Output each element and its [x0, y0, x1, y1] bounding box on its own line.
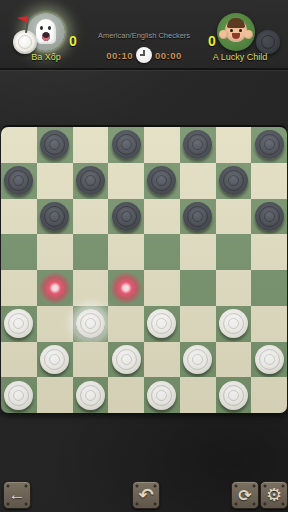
top-bar: Ba Xốp 0 American/English Checkers 00:10… [0, 0, 288, 70]
dark-piece[interactable] [112, 130, 141, 159]
square-r7c5 [180, 377, 216, 413]
square-r4c7[interactable] [251, 270, 287, 306]
square-r1c5 [180, 163, 216, 199]
white-piece[interactable] [183, 345, 212, 374]
white-piece[interactable] [76, 381, 105, 410]
square-r7c7 [251, 377, 287, 413]
white-piece[interactable] [147, 381, 176, 410]
square-r5c6[interactable] [216, 306, 252, 342]
square-r6c4 [144, 342, 180, 378]
square-r5c3 [108, 306, 144, 342]
square-r4c2 [73, 270, 109, 306]
square-r5c7 [251, 306, 287, 342]
square-r6c6 [216, 342, 252, 378]
square-r3c1 [37, 234, 73, 270]
square-r1c2[interactable] [73, 163, 109, 199]
dark-piece[interactable] [255, 130, 284, 159]
square-r6c0 [1, 342, 37, 378]
square-r4c1[interactable] [37, 270, 73, 306]
square-r6c1[interactable] [37, 342, 73, 378]
undo-arrow-icon: ↶ [138, 484, 153, 506]
square-r7c4[interactable] [144, 377, 180, 413]
square-r2c7[interactable] [251, 199, 287, 235]
dark-piece[interactable] [219, 166, 248, 195]
square-r5c0[interactable] [1, 306, 37, 342]
square-r0c0 [1, 127, 37, 163]
square-r3c5 [180, 234, 216, 270]
gear-icon: ⚙ [266, 484, 282, 506]
right-player-avatar[interactable] [217, 13, 255, 51]
dark-piece[interactable] [147, 166, 176, 195]
right-player-name: A Lucky Child [194, 52, 286, 62]
dark-piece[interactable] [40, 130, 69, 159]
square-r2c0 [1, 199, 37, 235]
checkers-app: Ba Xốp 0 American/English Checkers 00:10… [0, 0, 288, 512]
dark-piece[interactable] [40, 202, 69, 231]
clock-icon [136, 47, 152, 63]
move-hint-dot[interactable] [39, 272, 71, 304]
white-piece[interactable] [219, 309, 248, 338]
dark-piece[interactable] [112, 202, 141, 231]
white-piece[interactable] [147, 309, 176, 338]
square-r0c1[interactable] [37, 127, 73, 163]
square-r7c6[interactable] [216, 377, 252, 413]
square-r0c6 [216, 127, 252, 163]
dark-piece[interactable] [183, 130, 212, 159]
dark-piece-indicator [256, 30, 280, 54]
red-flag-icon [17, 16, 31, 32]
square-r1c7 [251, 163, 287, 199]
square-r2c1[interactable] [37, 199, 73, 235]
undo-button[interactable]: ↶ [132, 481, 160, 509]
square-r6c7[interactable] [251, 342, 287, 378]
square-r3c0[interactable] [1, 234, 37, 270]
dark-piece[interactable] [255, 202, 284, 231]
square-r3c2[interactable] [73, 234, 109, 270]
square-r1c3 [108, 163, 144, 199]
white-piece[interactable] [40, 345, 69, 374]
square-r7c3 [108, 377, 144, 413]
square-r6c3[interactable] [108, 342, 144, 378]
white-piece[interactable] [4, 381, 33, 410]
square-r4c4 [144, 270, 180, 306]
settings-button[interactable]: ⚙ [260, 481, 288, 509]
dark-piece[interactable] [4, 166, 33, 195]
square-r1c1 [37, 163, 73, 199]
checkers-board [1, 127, 287, 413]
rotate-icon: ⟳ [238, 486, 251, 505]
square-r4c0 [1, 270, 37, 306]
square-r5c5 [180, 306, 216, 342]
square-r3c4[interactable] [144, 234, 180, 270]
square-r0c5[interactable] [180, 127, 216, 163]
square-r7c1 [37, 377, 73, 413]
square-r4c5[interactable] [180, 270, 216, 306]
square-r2c5[interactable] [180, 199, 216, 235]
square-r5c2[interactable] [73, 306, 109, 342]
left-clock: 00:10 [106, 50, 133, 61]
rotate-board-button[interactable]: ⟳ [231, 481, 259, 509]
square-r6c5[interactable] [180, 342, 216, 378]
square-r2c4 [144, 199, 180, 235]
dark-piece[interactable] [183, 202, 212, 231]
square-r1c4[interactable] [144, 163, 180, 199]
white-piece[interactable] [255, 345, 284, 374]
square-r5c4[interactable] [144, 306, 180, 342]
square-r4c6 [216, 270, 252, 306]
square-r7c0[interactable] [1, 377, 37, 413]
white-piece[interactable] [76, 309, 105, 338]
white-piece[interactable] [219, 381, 248, 410]
white-piece[interactable] [112, 345, 141, 374]
square-r1c6[interactable] [216, 163, 252, 199]
square-r5c1 [37, 306, 73, 342]
move-hint-dot[interactable] [110, 272, 142, 304]
child-avatar-icon [225, 19, 247, 42]
square-r3c3 [108, 234, 144, 270]
square-r7c2[interactable] [73, 377, 109, 413]
square-r0c4 [144, 127, 180, 163]
square-r0c2 [73, 127, 109, 163]
square-r6c2 [73, 342, 109, 378]
square-r0c7[interactable] [251, 127, 287, 163]
back-arrow-icon: ← [9, 485, 26, 505]
square-r2c6 [216, 199, 252, 235]
square-r3c6[interactable] [216, 234, 252, 270]
square-r2c3[interactable] [108, 199, 144, 235]
square-r0c3[interactable] [108, 127, 144, 163]
square-r2c2 [73, 199, 109, 235]
back-button[interactable]: ← [3, 481, 31, 509]
right-clock: 00:00 [155, 50, 182, 61]
dark-piece[interactable] [76, 166, 105, 195]
square-r1c0[interactable] [1, 163, 37, 199]
square-r3c7 [251, 234, 287, 270]
white-piece[interactable] [4, 309, 33, 338]
square-r4c3[interactable] [108, 270, 144, 306]
